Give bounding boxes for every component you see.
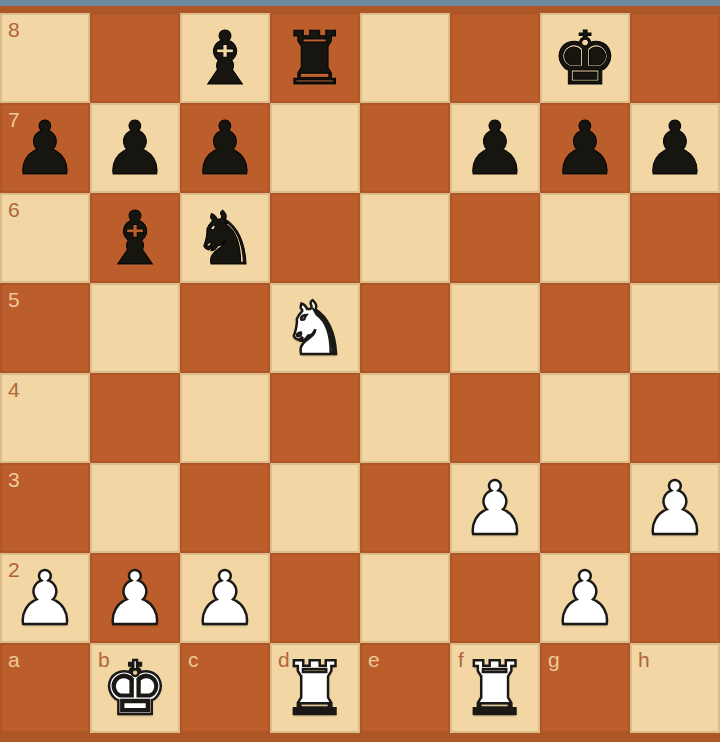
square-g3[interactable] [540,463,630,553]
square-f3[interactable]: ♟ [450,463,540,553]
square-b2[interactable]: ♟ [90,553,180,643]
chess-board: 8♝♜♚7♟♟♟♟♟♟6♝♞5♞43♟♟2♟♟♟♟ab♚cd♜ef♜gh [0,13,720,733]
square-e4[interactable] [360,373,450,463]
square-g8[interactable]: ♚ [540,13,630,103]
square-f4[interactable] [450,373,540,463]
rank-label-6: 6 [8,198,20,222]
square-a5[interactable]: 5 [0,283,90,373]
black-king-g8[interactable]: ♚ [540,13,630,103]
file-label-e: e [368,648,380,672]
square-a1[interactable]: a [0,643,90,733]
square-f2[interactable] [450,553,540,643]
square-b7[interactable]: ♟ [90,103,180,193]
square-c2[interactable]: ♟ [180,553,270,643]
black-pawn-h7[interactable]: ♟ [630,103,720,193]
square-h6[interactable] [630,193,720,283]
square-b5[interactable] [90,283,180,373]
square-a2[interactable]: 2♟ [0,553,90,643]
square-e3[interactable] [360,463,450,553]
square-h8[interactable] [630,13,720,103]
square-g4[interactable] [540,373,630,463]
square-e6[interactable] [360,193,450,283]
square-g7[interactable]: ♟ [540,103,630,193]
square-b8[interactable] [90,13,180,103]
square-b3[interactable] [90,463,180,553]
square-c6[interactable]: ♞ [180,193,270,283]
square-f8[interactable] [450,13,540,103]
square-e1[interactable]: e [360,643,450,733]
square-h7[interactable]: ♟ [630,103,720,193]
white-pawn-a2[interactable]: ♟ [0,553,90,643]
square-a4[interactable]: 4 [0,373,90,463]
file-label-h: h [638,648,650,672]
square-c8[interactable]: ♝ [180,13,270,103]
black-pawn-f7[interactable]: ♟ [450,103,540,193]
black-bishop-b6[interactable]: ♝ [90,193,180,283]
square-g5[interactable] [540,283,630,373]
square-f1[interactable]: f♜ [450,643,540,733]
square-b4[interactable] [90,373,180,463]
white-pawn-f3[interactable]: ♟ [450,463,540,553]
square-b6[interactable]: ♝ [90,193,180,283]
square-h2[interactable] [630,553,720,643]
square-e2[interactable] [360,553,450,643]
square-d3[interactable] [270,463,360,553]
square-d2[interactable] [270,553,360,643]
file-label-a: a [8,648,20,672]
white-knight-d5[interactable]: ♞ [270,283,360,373]
white-pawn-g2[interactable]: ♟ [540,553,630,643]
square-a3[interactable]: 3 [0,463,90,553]
chess-app-screen: 8♝♜♚7♟♟♟♟♟♟6♝♞5♞43♟♟2♟♟♟♟ab♚cd♜ef♜gh [0,0,720,742]
square-d1[interactable]: d♜ [270,643,360,733]
black-bishop-c8[interactable]: ♝ [180,13,270,103]
file-label-g: g [548,648,560,672]
square-g6[interactable] [540,193,630,283]
square-a6[interactable]: 6 [0,193,90,283]
black-pawn-g7[interactable]: ♟ [540,103,630,193]
square-g2[interactable]: ♟ [540,553,630,643]
white-king-b1[interactable]: ♚ [90,643,180,733]
square-d4[interactable] [270,373,360,463]
square-c3[interactable] [180,463,270,553]
black-rook-d8[interactable]: ♜ [270,13,360,103]
file-label-c: c [188,648,199,672]
square-h1[interactable]: h [630,643,720,733]
square-c5[interactable] [180,283,270,373]
square-e8[interactable] [360,13,450,103]
square-f6[interactable] [450,193,540,283]
rank-label-3: 3 [8,468,20,492]
white-rook-d1[interactable]: ♜ [270,643,360,733]
square-f7[interactable]: ♟ [450,103,540,193]
square-a7[interactable]: 7♟ [0,103,90,193]
square-h4[interactable] [630,373,720,463]
square-d5[interactable]: ♞ [270,283,360,373]
rank-label-5: 5 [8,288,20,312]
square-a8[interactable]: 8 [0,13,90,103]
square-c7[interactable]: ♟ [180,103,270,193]
white-pawn-b2[interactable]: ♟ [90,553,180,643]
square-d7[interactable] [270,103,360,193]
square-c4[interactable] [180,373,270,463]
square-e5[interactable] [360,283,450,373]
black-knight-c6[interactable]: ♞ [180,193,270,283]
square-g1[interactable]: g [540,643,630,733]
white-pawn-c2[interactable]: ♟ [180,553,270,643]
rank-label-8: 8 [8,18,20,42]
rank-label-4: 4 [8,378,20,402]
black-pawn-c7[interactable]: ♟ [180,103,270,193]
square-h3[interactable]: ♟ [630,463,720,553]
white-rook-f1[interactable]: ♜ [450,643,540,733]
square-e7[interactable] [360,103,450,193]
board-frame: 8♝♜♚7♟♟♟♟♟♟6♝♞5♞43♟♟2♟♟♟♟ab♚cd♜ef♜gh [0,6,720,742]
square-f5[interactable] [450,283,540,373]
square-d8[interactable]: ♜ [270,13,360,103]
square-b1[interactable]: b♚ [90,643,180,733]
white-pawn-h3[interactable]: ♟ [630,463,720,553]
square-d6[interactable] [270,193,360,283]
black-pawn-a7[interactable]: ♟ [0,103,90,193]
square-c1[interactable]: c [180,643,270,733]
square-h5[interactable] [630,283,720,373]
black-pawn-b7[interactable]: ♟ [90,103,180,193]
